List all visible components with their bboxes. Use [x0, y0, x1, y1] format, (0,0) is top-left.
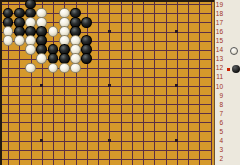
row-label: 16	[215, 28, 223, 35]
hoshi-point	[40, 139, 43, 142]
row-label: 17	[215, 19, 223, 26]
row-label: 9	[215, 92, 223, 99]
black-stone	[81, 53, 92, 63]
white-stone	[14, 35, 25, 45]
row-label: 11	[215, 73, 223, 80]
row-label: 5	[215, 128, 223, 135]
hoshi-point	[108, 30, 111, 33]
row-label: 7	[215, 110, 223, 117]
hoshi-point	[175, 139, 178, 142]
row-label: 8	[215, 101, 223, 108]
white-stone	[25, 63, 36, 73]
row-label: 12	[215, 64, 223, 71]
row-label: 4	[215, 137, 223, 144]
hoshi-point	[108, 84, 111, 87]
row-label: 14	[215, 46, 223, 53]
white-stone	[48, 63, 59, 73]
hoshi-point	[175, 84, 178, 87]
row-label: 6	[215, 119, 223, 126]
row-label: 15	[215, 37, 223, 44]
hoshi-point	[40, 84, 43, 87]
go-app-window: 19181716151413121110987654321	[0, 0, 240, 165]
white-stone	[70, 63, 81, 73]
white-stone	[25, 44, 36, 54]
row-label: 3	[215, 146, 223, 153]
hoshi-point	[108, 139, 111, 142]
white-stone	[59, 63, 70, 73]
row-label: 19	[215, 1, 223, 8]
white-stone	[36, 53, 47, 63]
hoshi-point	[175, 30, 178, 33]
black-player-indicator-icon	[232, 65, 240, 73]
row-label: 10	[215, 83, 223, 90]
row-label: 13	[215, 55, 223, 62]
row-label: 1	[215, 164, 223, 165]
board-stones-grid	[2, 0, 215, 165]
black-stone	[81, 17, 92, 27]
side-panel: 19181716151413121110987654321	[215, 0, 240, 165]
white-player-indicator-icon	[230, 47, 238, 55]
white-stone	[3, 35, 14, 45]
row-label: 18	[215, 10, 223, 17]
white-stone	[48, 26, 59, 36]
turn-marker-icon	[227, 68, 230, 71]
row-label: 2	[215, 155, 223, 162]
go-board[interactable]	[0, 0, 215, 165]
